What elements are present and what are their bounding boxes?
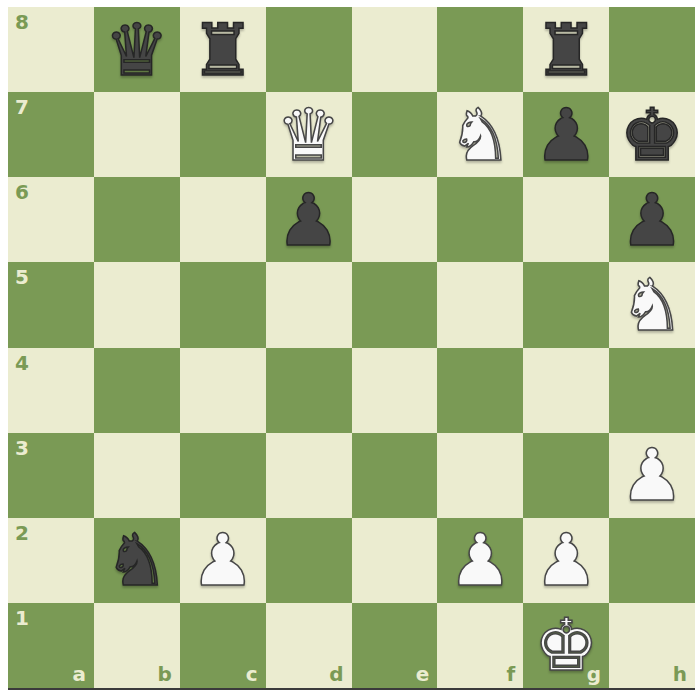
square-h3[interactable]: ♟ [609,433,695,518]
file-label-b: b [157,664,171,684]
square-g8[interactable]: ♜ [523,7,609,92]
square-b8[interactable]: ♛ [94,7,180,92]
square-f6[interactable] [437,177,523,262]
piece-white-queen-d7[interactable]: ♛ [276,99,341,171]
square-b6[interactable] [94,177,180,262]
square-c4[interactable] [180,348,266,433]
piece-black-pawn-h6[interactable]: ♟ [620,184,685,256]
square-f8[interactable] [437,7,523,92]
rank-label-6: 6 [15,182,29,202]
square-c3[interactable] [180,433,266,518]
file-label-f: f [507,664,516,684]
rank-label-1: 1 [15,608,29,628]
square-e3[interactable] [352,433,438,518]
piece-black-pawn-g7[interactable]: ♟ [534,99,599,171]
square-a3[interactable]: 3 [8,433,94,518]
square-d2[interactable] [266,518,352,603]
square-a5[interactable]: 5 [8,262,94,347]
square-b2[interactable]: ♞ [94,518,180,603]
square-d4[interactable] [266,348,352,433]
piece-black-knight-b2[interactable]: ♞ [105,524,170,596]
piece-white-pawn-c2[interactable]: ♟ [190,524,255,596]
square-a1[interactable]: 1a [8,603,94,688]
rank-label-3: 3 [15,438,29,458]
piece-white-pawn-f2[interactable]: ♟ [448,524,513,596]
rank-label-5: 5 [15,267,29,287]
square-e2[interactable] [352,518,438,603]
square-h5[interactable]: ♞ [609,262,695,347]
square-a2[interactable]: 2 [8,518,94,603]
square-f3[interactable] [437,433,523,518]
square-e8[interactable] [352,7,438,92]
rank-label-4: 4 [15,353,29,373]
square-h7[interactable]: ♚ [609,92,695,177]
square-d7[interactable]: ♛ [266,92,352,177]
square-d1[interactable]: d [266,603,352,688]
piece-black-rook-g8[interactable]: ♜ [534,14,599,86]
square-a6[interactable]: 6 [8,177,94,262]
square-b1[interactable]: b [94,603,180,688]
square-e4[interactable] [352,348,438,433]
square-h1[interactable]: h [609,603,695,688]
square-h4[interactable] [609,348,695,433]
square-c6[interactable] [180,177,266,262]
file-label-d: d [329,664,343,684]
file-label-a: a [72,664,86,684]
square-c8[interactable]: ♜ [180,7,266,92]
file-label-h: h [673,664,687,684]
piece-black-king-h7[interactable]: ♚ [620,99,685,171]
square-b5[interactable] [94,262,180,347]
rank-label-7: 7 [15,97,29,117]
square-e6[interactable] [352,177,438,262]
square-f1[interactable]: f [437,603,523,688]
board-container: 8♛♜♜7♛♞♟♚6♟♟5♞43♟2♞♟♟♟1abcdefg♚h [8,7,695,690]
piece-white-pawn-h3[interactable]: ♟ [620,439,685,511]
square-c1[interactable]: c [180,603,266,688]
square-a4[interactable]: 4 [8,348,94,433]
rank-label-8: 8 [15,12,29,32]
square-h2[interactable] [609,518,695,603]
file-label-c: c [246,664,258,684]
square-g5[interactable] [523,262,609,347]
file-label-e: e [416,664,430,684]
square-e7[interactable] [352,92,438,177]
square-b7[interactable] [94,92,180,177]
square-d5[interactable] [266,262,352,347]
piece-black-pawn-d6[interactable]: ♟ [276,184,341,256]
square-h6[interactable]: ♟ [609,177,695,262]
square-b4[interactable] [94,348,180,433]
square-g6[interactable] [523,177,609,262]
square-f5[interactable] [437,262,523,347]
square-f2[interactable]: ♟ [437,518,523,603]
chess-board: 8♛♜♜7♛♞♟♚6♟♟5♞43♟2♞♟♟♟1abcdefg♚h [8,7,695,690]
square-b3[interactable] [94,433,180,518]
square-c2[interactable]: ♟ [180,518,266,603]
piece-white-knight-h5[interactable]: ♞ [620,269,685,341]
square-e5[interactable] [352,262,438,347]
square-d8[interactable] [266,7,352,92]
square-g4[interactable] [523,348,609,433]
square-g2[interactable]: ♟ [523,518,609,603]
square-f7[interactable]: ♞ [437,92,523,177]
square-a8[interactable]: 8 [8,7,94,92]
piece-white-pawn-g2[interactable]: ♟ [534,524,599,596]
piece-white-knight-f7[interactable]: ♞ [448,99,513,171]
square-d6[interactable]: ♟ [266,177,352,262]
square-g1[interactable]: g♚ [523,603,609,688]
square-c7[interactable] [180,92,266,177]
square-d3[interactable] [266,433,352,518]
piece-white-king-g1[interactable]: ♚ [534,609,599,681]
square-c5[interactable] [180,262,266,347]
square-e1[interactable]: e [352,603,438,688]
rank-label-2: 2 [15,523,29,543]
piece-black-queen-b8[interactable]: ♛ [105,14,170,86]
square-a7[interactable]: 7 [8,92,94,177]
piece-black-rook-c8[interactable]: ♜ [190,14,255,86]
square-g7[interactable]: ♟ [523,92,609,177]
square-g3[interactable] [523,433,609,518]
square-h8[interactable] [609,7,695,92]
square-f4[interactable] [437,348,523,433]
